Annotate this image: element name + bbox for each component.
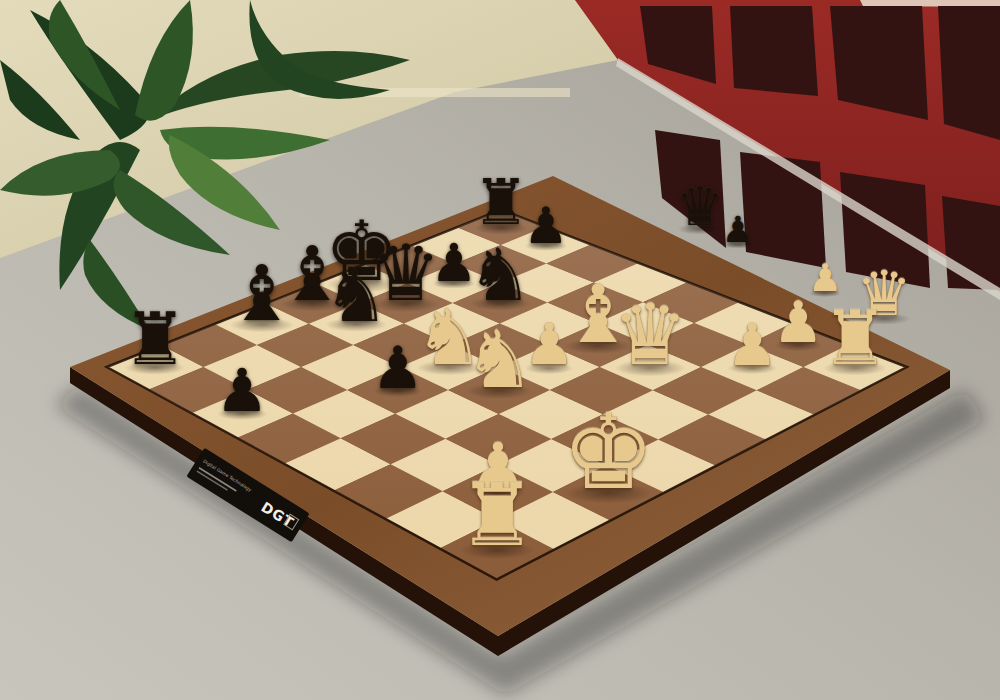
photo-scene: DGT Digital Game Technology ♜♝♝♚♜♞♛♟♟♟♞♟… bbox=[0, 0, 1000, 700]
scene-background: DGT Digital Game Technology bbox=[0, 0, 1000, 700]
